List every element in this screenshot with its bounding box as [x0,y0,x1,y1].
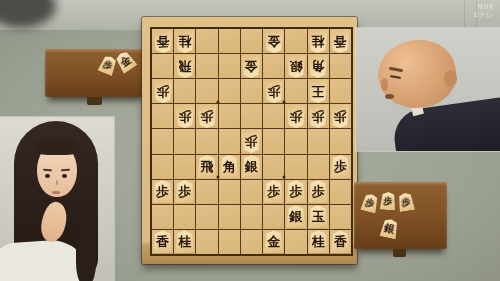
komadai-sente: 歩歩歩銀 [354,182,447,249]
tv-frame: NHK Eテレ 歩金 香桂金桂香飛金銀角歩歩王歩歩歩歩歩歩飛角銀歩歩歩歩歩歩銀玉… [0,0,500,281]
board-square[interactable] [196,230,217,254]
board-square[interactable] [263,155,284,179]
channel-watermark: NHK Eテレ [474,3,494,19]
komadai-gote: 歩金 [45,49,146,97]
star-point [283,176,286,179]
watermark-line2: Eテレ [474,11,494,19]
board-square[interactable]: 歩 [330,104,351,128]
woman-nose [56,180,58,185]
board-square[interactable] [196,180,217,204]
board-square[interactable] [196,29,217,53]
shogi-piece-sente[interactable]: 角 [219,155,239,178]
board-square[interactable] [219,205,240,229]
board-square[interactable]: 歩 [152,180,173,204]
shogi-piece-sente[interactable]: 香 [153,230,173,253]
board-square[interactable] [330,180,351,204]
shogi-piece-sente[interactable]: 桂 [308,230,328,253]
woman-hair-strand [76,213,96,281]
board-square[interactable]: 飛 [174,54,195,78]
board-square[interactable] [174,205,195,229]
board-square[interactable] [241,29,262,53]
captured-piece-sente[interactable]: 歩 [360,192,380,213]
board-square[interactable] [241,230,262,254]
board-square[interactable] [152,104,173,128]
shogi-piece-gote[interactable]: 歩 [286,105,306,128]
board-square[interactable]: 桂 [308,230,329,254]
board-square[interactable]: 歩 [263,180,284,204]
board-square[interactable] [152,129,173,153]
woman-bangs [34,138,80,155]
shogi-piece-gote[interactable]: 飛 [175,55,195,78]
board-square[interactable]: 金 [263,230,284,254]
board-square[interactable]: 歩 [263,79,284,103]
board-square[interactable] [219,104,240,128]
board-grid: 香桂金桂香飛金銀角歩歩王歩歩歩歩歩歩飛角銀歩歩歩歩歩歩銀玉香桂金桂香 [150,27,353,256]
shogi-piece-gote[interactable]: 歩 [197,105,217,128]
woman-eye [45,174,50,178]
shogi-piece-sente[interactable]: 桂 [175,230,195,253]
board-square[interactable]: 銀 [241,155,262,179]
board-square[interactable]: 香 [330,230,351,254]
board-square[interactable] [174,79,195,103]
board-square[interactable] [152,155,173,179]
board-square[interactable] [330,205,351,229]
board-square[interactable]: 金 [241,54,262,78]
board-square[interactable] [219,230,240,254]
star-point [217,176,220,179]
board-square[interactable] [263,205,284,229]
shogi-piece-sente[interactable]: 玉 [308,205,328,228]
wall-seam [464,0,465,30]
shogi-piece-gote[interactable]: 歩 [175,105,195,128]
board-square[interactable]: 王 [308,79,329,103]
player-inset-left [0,117,114,281]
shogi-piece-sente[interactable]: 飛 [197,155,217,178]
board-square[interactable] [285,230,306,254]
shogi-piece-sente[interactable]: 金 [264,230,284,253]
board-square[interactable]: 角 [308,54,329,78]
board-square[interactable] [219,79,240,103]
board-square[interactable] [285,29,306,53]
captured-piece-sente[interactable]: 歩 [379,191,396,210]
board-square[interactable]: 歩 [285,180,306,204]
board-square[interactable] [174,155,195,179]
board-square[interactable]: 香 [152,230,173,254]
board-square[interactable]: 歩 [174,104,195,128]
board-square[interactable] [152,54,173,78]
board-square[interactable]: 歩 [285,104,306,128]
board-square[interactable] [241,104,262,128]
shogi-piece-gote[interactable]: 歩 [308,105,328,128]
board-square[interactable] [219,29,240,53]
shogi-piece-sente[interactable]: 銀 [286,205,306,228]
shogi-piece-sente[interactable]: 歩 [264,180,284,203]
board-square[interactable]: 銀 [285,205,306,229]
shogi-piece-gote[interactable]: 香 [330,30,350,53]
board-square[interactable]: 歩 [196,104,217,128]
board-square[interactable] [263,129,284,153]
shogi-piece-gote[interactable]: 歩 [264,80,284,103]
shogi-piece-gote[interactable]: 桂 [175,30,195,53]
board-square[interactable] [330,79,351,103]
board-square[interactable]: 桂 [174,29,195,53]
shogi-piece-gote[interactable]: 歩 [153,80,173,103]
captured-piece-sente[interactable]: 銀 [379,217,400,239]
board-square[interactable]: 歩 [308,104,329,128]
board-square[interactable] [174,129,195,153]
board-square[interactable]: 角 [219,155,240,179]
board-square[interactable] [241,205,262,229]
board-square[interactable]: 桂 [308,29,329,53]
board-square[interactable] [263,54,284,78]
board-square[interactable] [196,129,217,153]
board-square[interactable] [330,129,351,153]
board-square[interactable] [263,104,284,128]
woman-mouth [52,191,60,194]
captured-piece-gote[interactable]: 金 [113,49,138,74]
shogi-piece-sente[interactable]: 歩 [175,180,195,203]
board-square[interactable]: 金 [263,29,284,53]
watermark-line1: NHK [474,3,494,11]
shogi-piece-gote[interactable]: 金 [264,30,284,53]
board-square[interactable] [196,205,217,229]
shogi-piece-gote[interactable]: 角 [308,55,328,78]
shogi-piece-sente[interactable]: 銀 [241,155,261,178]
player-inset-right [356,28,500,151]
board-square[interactable] [219,129,240,153]
shogi-piece-sente[interactable]: 歩 [308,180,328,203]
board-square[interactable]: 香 [330,29,351,53]
board-square[interactable]: 歩 [308,180,329,204]
board-square[interactable] [285,129,306,153]
board-square[interactable] [241,180,262,204]
man-mouth [385,94,394,99]
board-square[interactable] [308,155,329,179]
board-square[interactable] [196,54,217,78]
board-square[interactable]: 歩 [241,129,262,153]
board-square[interactable]: 玉 [308,205,329,229]
board-square[interactable]: 飛 [196,155,217,179]
board-square[interactable]: 香 [152,29,173,53]
shogi-piece-sente[interactable]: 歩 [153,180,173,203]
shogi-piece-gote[interactable]: 香 [153,30,173,53]
board-square[interactable] [285,79,306,103]
shogi-piece-gote[interactable]: 金 [241,55,261,78]
shogi-piece-sente[interactable]: 香 [330,230,350,253]
shogi-piece-sente[interactable]: 歩 [286,180,306,203]
board-square[interactable] [219,180,240,204]
board-square[interactable]: 歩 [330,155,351,179]
shogi-board: 香桂金桂香飛金銀角歩歩王歩歩歩歩歩歩飛角銀歩歩歩歩歩歩銀玉香桂金桂香 [142,17,357,264]
captured-piece-sente[interactable]: 歩 [397,192,416,212]
board-square[interactable]: 桂 [174,230,195,254]
shogi-piece-sente[interactable]: 歩 [330,155,350,178]
board-square[interactable] [330,54,351,78]
board-square[interactable] [308,129,329,153]
shogi-piece-gote[interactable]: 歩 [241,130,261,153]
board-square[interactable]: 銀 [285,54,306,78]
board-square[interactable] [219,54,240,78]
board-square[interactable]: 歩 [152,79,173,103]
star-point [283,101,286,104]
captured-piece-gote[interactable]: 歩 [97,54,119,77]
board-square[interactable] [241,79,262,103]
man-ear [444,70,457,87]
shogi-piece-gote[interactable]: 銀 [286,55,306,78]
star-point [217,101,220,104]
shogi-piece-gote[interactable]: 王 [308,80,328,103]
board-square[interactable]: 歩 [174,180,195,204]
woman-eye [62,174,67,178]
man-nose [381,78,388,91]
board-square[interactable] [152,205,173,229]
board-square[interactable] [196,79,217,103]
board-square[interactable] [285,155,306,179]
shogi-piece-gote[interactable]: 歩 [330,105,350,128]
shogi-piece-gote[interactable]: 桂 [308,30,328,53]
